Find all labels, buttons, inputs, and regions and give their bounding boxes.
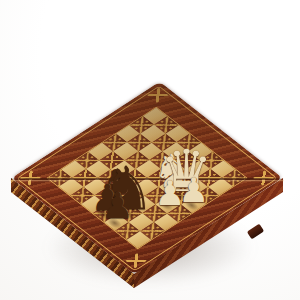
product-photo-stage: ♞♛♟♟♝♞♟♟	[0, 0, 300, 300]
border-star-motif-far-corner	[147, 88, 168, 103]
chess-piece-glyph: ♟	[101, 188, 133, 224]
chess-piece-glyph: ♟	[155, 176, 185, 210]
border-star-motif-near-corner	[125, 253, 146, 268]
square-g4: ♟	[156, 196, 181, 214]
